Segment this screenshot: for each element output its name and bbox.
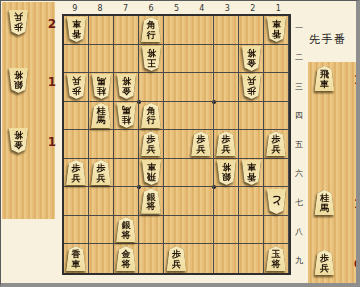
- board-cell-3九[interactable]: [214, 244, 239, 273]
- board-piece[interactable]: 歩兵: [266, 131, 287, 156]
- hand-piece-g[interactable]: 銀将1: [8, 68, 29, 93]
- board-cell-6二[interactable]: 王将: [139, 45, 164, 74]
- gote-hand-tray: 歩兵2銀将1金将1: [2, 2, 55, 219]
- board-cell-2四[interactable]: [239, 102, 264, 131]
- board-cell-6七[interactable]: 銀将: [139, 187, 164, 216]
- board-cell-2一[interactable]: [239, 16, 264, 45]
- file-label: 7: [113, 3, 138, 14]
- board-cell-9四[interactable]: [64, 102, 89, 131]
- board-cell-9八[interactable]: [64, 216, 89, 245]
- file-label: 8: [87, 3, 112, 14]
- board-piece[interactable]: 金将: [241, 46, 262, 71]
- board-piece[interactable]: 金将: [116, 246, 137, 271]
- board-piece[interactable]: 香車: [66, 246, 87, 271]
- file-labels: 987654321: [62, 3, 291, 14]
- rank-label: 七: [293, 188, 305, 217]
- board-cell-7二[interactable]: [114, 45, 139, 74]
- board-cell-8三[interactable]: 桂馬: [89, 73, 114, 102]
- rank-labels: 一二三四五六七八九: [293, 14, 305, 275]
- board-piece[interactable]: 歩兵: [8, 10, 29, 35]
- board-cell-9九[interactable]: 香車: [64, 244, 89, 273]
- board-cell-3四[interactable]: [214, 102, 239, 131]
- board-cell-8八[interactable]: [89, 216, 114, 245]
- rank-label: 六: [293, 159, 305, 188]
- board-cell-4二[interactable]: [189, 45, 214, 74]
- hand-piece-count: 2: [44, 17, 60, 31]
- board-cell-6一[interactable]: 角行: [139, 16, 164, 45]
- board-cell-2二[interactable]: 金将: [239, 45, 264, 74]
- file-label: 1: [266, 3, 291, 14]
- rank-label: 五: [293, 130, 305, 159]
- board-piece[interactable]: 金将: [116, 74, 137, 99]
- board-cell-5四[interactable]: [164, 102, 189, 131]
- rank-label: 八: [293, 217, 305, 246]
- board-cell-6三[interactable]: [139, 73, 164, 102]
- board-cell-8七[interactable]: [89, 187, 114, 216]
- board-cell-4三[interactable]: [189, 73, 214, 102]
- board-cell-3八[interactable]: [214, 216, 239, 245]
- board-cell-7七[interactable]: [114, 187, 139, 216]
- hand-piece-count: 1: [44, 135, 60, 149]
- board-cell-6四[interactable]: 角行: [139, 102, 164, 131]
- board-cell-1二[interactable]: [264, 45, 289, 74]
- board-cell-7一[interactable]: [114, 16, 139, 45]
- board-piece[interactable]: 桂馬: [91, 103, 112, 128]
- board-cell-7三[interactable]: 金将: [114, 73, 139, 102]
- board-piece[interactable]: 歩兵: [166, 246, 187, 271]
- hand-piece-g[interactable]: 歩兵2: [8, 10, 29, 35]
- board-cell-9一[interactable]: 香車: [64, 16, 89, 45]
- hand-piece-count: 1: [350, 73, 360, 87]
- board-piece[interactable]: 銀将: [216, 160, 237, 185]
- file-label: 9: [62, 3, 87, 14]
- board-cell-9二[interactable]: [64, 45, 89, 74]
- board-cell-5六[interactable]: [164, 159, 189, 188]
- board-cell-1七[interactable]: と: [264, 187, 289, 216]
- board-piece[interactable]: 香車: [266, 17, 287, 42]
- board-cell-7九[interactable]: 金将: [114, 244, 139, 273]
- file-label: 3: [215, 3, 240, 14]
- board-cell-4一[interactable]: [189, 16, 214, 45]
- board-cell-8四[interactable]: 桂馬: [89, 102, 114, 131]
- board-piece[interactable]: 香車: [241, 160, 262, 185]
- rank-label: 四: [293, 101, 305, 130]
- file-label: 2: [240, 3, 265, 14]
- board-cell-1八[interactable]: [264, 216, 289, 245]
- board-cell-5三[interactable]: [164, 73, 189, 102]
- board-piece[interactable]: と: [266, 189, 287, 214]
- hand-piece-s[interactable]: 飛車1: [314, 66, 335, 91]
- board-cell-2六[interactable]: 香車: [239, 159, 264, 188]
- board-cell-4五[interactable]: 歩兵: [189, 130, 214, 159]
- board-cell-9五[interactable]: [64, 130, 89, 159]
- board-cell-1四[interactable]: [264, 102, 289, 131]
- rank-label: 一: [293, 14, 305, 43]
- file-label: 6: [138, 3, 163, 14]
- board-cell-4六[interactable]: [189, 159, 214, 188]
- board-piece[interactable]: 桂馬: [91, 74, 112, 99]
- rank-label: 二: [293, 43, 305, 72]
- shogi-board: 香車角行香車王将金将歩兵桂馬金将歩兵桂馬桂馬角行歩兵歩兵歩兵歩兵歩兵歩兵飛車銀将…: [62, 14, 291, 275]
- board-piece[interactable]: 銀将: [141, 189, 162, 214]
- hand-piece-s[interactable]: 歩兵6: [314, 250, 335, 275]
- board-piece[interactable]: 角行: [141, 103, 162, 128]
- board-cell-2七[interactable]: [239, 187, 264, 216]
- board-piece[interactable]: 金将: [8, 128, 29, 153]
- board-cell-4四[interactable]: [189, 102, 214, 131]
- board-cell-6八[interactable]: [139, 216, 164, 245]
- file-label: 5: [164, 3, 189, 14]
- board-piece[interactable]: 歩兵: [216, 131, 237, 156]
- rank-label: 九: [293, 246, 305, 275]
- board-cell-5九[interactable]: 歩兵: [164, 244, 189, 273]
- board-cell-5一[interactable]: [164, 16, 189, 45]
- board-cell-1三[interactable]: [264, 73, 289, 102]
- board-cell-9六[interactable]: 歩兵: [64, 159, 89, 188]
- shogi-diagram: 987654321 一二三四五六七八九 香車角行香車王将金将歩兵桂馬金将歩兵桂馬…: [0, 0, 360, 287]
- board-piece[interactable]: 桂馬: [314, 190, 335, 215]
- board-cell-6五[interactable]: 歩兵: [139, 130, 164, 159]
- board-piece[interactable]: 歩兵: [91, 160, 112, 185]
- board-cell-6六[interactable]: 飛車: [139, 159, 164, 188]
- board-cell-7五[interactable]: [114, 130, 139, 159]
- board-piece[interactable]: 銀将: [116, 217, 137, 242]
- board-cell-4八[interactable]: [189, 216, 214, 245]
- board-cell-5二[interactable]: [164, 45, 189, 74]
- board-cell-3一[interactable]: [214, 16, 239, 45]
- board-cell-2五[interactable]: [239, 130, 264, 159]
- board-cell-1六[interactable]: [264, 159, 289, 188]
- turn-indicator: 先手番: [309, 32, 356, 47]
- board-piece[interactable]: 飛車: [314, 66, 335, 91]
- board-cell-1九[interactable]: 玉将: [264, 244, 289, 273]
- board-cell-3三[interactable]: [214, 73, 239, 102]
- board-piece[interactable]: 飛車: [141, 160, 162, 185]
- board-cell-8九[interactable]: [89, 244, 114, 273]
- board-cell-5五[interactable]: [164, 130, 189, 159]
- board-cell-8二[interactable]: [89, 45, 114, 74]
- board-cell-7八[interactable]: 銀将: [114, 216, 139, 245]
- board-piece[interactable]: 歩兵: [314, 250, 335, 275]
- board-cell-1五[interactable]: 歩兵: [264, 130, 289, 159]
- board-cell-8六[interactable]: 歩兵: [89, 159, 114, 188]
- rank-label: 三: [293, 72, 305, 101]
- board-cell-5七[interactable]: [164, 187, 189, 216]
- board-piece[interactable]: 歩兵: [241, 74, 262, 99]
- board-cell-5八[interactable]: [164, 216, 189, 245]
- board-cell-2八[interactable]: [239, 216, 264, 245]
- board-cell-3二[interactable]: [214, 45, 239, 74]
- board-cell-9七[interactable]: [64, 187, 89, 216]
- board-piece[interactable]: 銀将: [8, 68, 29, 93]
- board-piece[interactable]: 香車: [66, 17, 87, 42]
- hand-piece-count: 6: [350, 257, 360, 271]
- file-label: 4: [189, 3, 214, 14]
- board-cell-3五[interactable]: 歩兵: [214, 130, 239, 159]
- board-cell-1一[interactable]: 香車: [264, 16, 289, 45]
- board-cell-2九[interactable]: [239, 244, 264, 273]
- board-cell-4七[interactable]: [189, 187, 214, 216]
- hand-piece-count: 1: [44, 75, 60, 89]
- board-piece[interactable]: 歩兵: [141, 131, 162, 156]
- board-cell-8五[interactable]: [89, 130, 114, 159]
- hand-piece-g[interactable]: 金将1: [8, 128, 29, 153]
- board-piece[interactable]: 王将: [141, 46, 162, 71]
- board-cell-3六[interactable]: 銀将: [214, 159, 239, 188]
- board-cell-6九[interactable]: [139, 244, 164, 273]
- board-piece[interactable]: 桂馬: [116, 103, 137, 128]
- board-cell-8一[interactable]: [89, 16, 114, 45]
- board-piece[interactable]: 玉将: [266, 246, 287, 271]
- hand-piece-s[interactable]: 桂馬1: [314, 190, 335, 215]
- sente-hand-tray: 飛車1桂馬1歩兵6: [308, 62, 356, 283]
- board-cell-3七[interactable]: [214, 187, 239, 216]
- board-piece[interactable]: 歩兵: [191, 131, 212, 156]
- board-piece[interactable]: 歩兵: [66, 160, 87, 185]
- board-cell-7四[interactable]: 桂馬: [114, 102, 139, 131]
- board-cell-2三[interactable]: 歩兵: [239, 73, 264, 102]
- board-piece[interactable]: 歩兵: [66, 74, 87, 99]
- hand-piece-count: 1: [350, 197, 360, 211]
- board-piece[interactable]: 角行: [141, 17, 162, 42]
- board-cell-9三[interactable]: 歩兵: [64, 73, 89, 102]
- board-cell-7六[interactable]: [114, 159, 139, 188]
- board-cell-4九[interactable]: [189, 244, 214, 273]
